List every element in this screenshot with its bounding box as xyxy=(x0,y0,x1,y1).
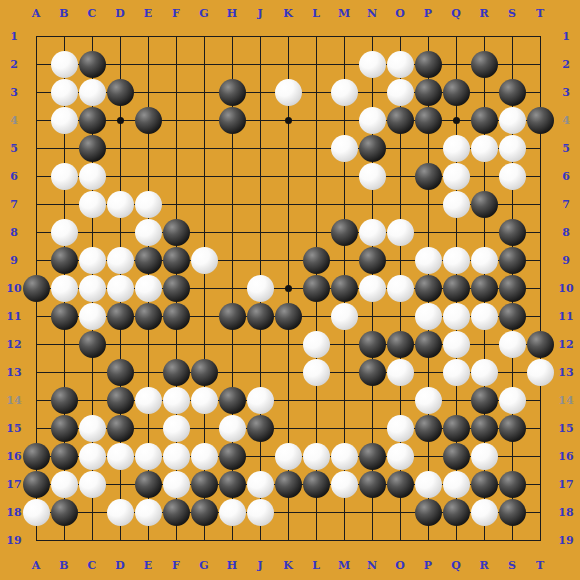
point-E8[interactable] xyxy=(134,218,162,246)
point-C3[interactable] xyxy=(78,78,106,106)
point-E6[interactable] xyxy=(134,162,162,190)
point-A11[interactable] xyxy=(22,302,50,330)
point-J9[interactable] xyxy=(246,246,274,274)
point-K4[interactable] xyxy=(274,106,302,134)
point-B14[interactable] xyxy=(50,386,78,414)
point-J8[interactable] xyxy=(246,218,274,246)
point-J15[interactable] xyxy=(246,414,274,442)
point-L14[interactable] xyxy=(302,386,330,414)
point-C16[interactable] xyxy=(78,442,106,470)
point-Q14[interactable] xyxy=(442,386,470,414)
point-R7[interactable] xyxy=(470,190,498,218)
point-H11[interactable] xyxy=(218,302,246,330)
point-M10[interactable] xyxy=(330,274,358,302)
point-D16[interactable] xyxy=(106,442,134,470)
point-D7[interactable] xyxy=(106,190,134,218)
point-A17[interactable] xyxy=(22,470,50,498)
point-A7[interactable] xyxy=(22,190,50,218)
point-K15[interactable] xyxy=(274,414,302,442)
point-K9[interactable] xyxy=(274,246,302,274)
point-T2[interactable] xyxy=(526,50,554,78)
point-B5[interactable] xyxy=(50,134,78,162)
point-G6[interactable] xyxy=(190,162,218,190)
point-H16[interactable] xyxy=(218,442,246,470)
point-N4[interactable] xyxy=(358,106,386,134)
point-R19[interactable] xyxy=(470,526,498,554)
point-E2[interactable] xyxy=(134,50,162,78)
point-B4[interactable] xyxy=(50,106,78,134)
point-J16[interactable] xyxy=(246,442,274,470)
point-P14[interactable] xyxy=(414,386,442,414)
point-N3[interactable] xyxy=(358,78,386,106)
point-A9[interactable] xyxy=(22,246,50,274)
point-T17[interactable] xyxy=(526,470,554,498)
point-P8[interactable] xyxy=(414,218,442,246)
point-M9[interactable] xyxy=(330,246,358,274)
point-F5[interactable] xyxy=(162,134,190,162)
point-F3[interactable] xyxy=(162,78,190,106)
point-S12[interactable] xyxy=(498,330,526,358)
point-R9[interactable] xyxy=(470,246,498,274)
point-E15[interactable] xyxy=(134,414,162,442)
point-N19[interactable] xyxy=(358,526,386,554)
point-T15[interactable] xyxy=(526,414,554,442)
point-O6[interactable] xyxy=(386,162,414,190)
point-G7[interactable] xyxy=(190,190,218,218)
point-C10[interactable] xyxy=(78,274,106,302)
point-G10[interactable] xyxy=(190,274,218,302)
point-A10[interactable] xyxy=(22,274,50,302)
point-D18[interactable] xyxy=(106,498,134,526)
point-L3[interactable] xyxy=(302,78,330,106)
point-Q16[interactable] xyxy=(442,442,470,470)
point-M3[interactable] xyxy=(330,78,358,106)
point-R2[interactable] xyxy=(470,50,498,78)
point-C18[interactable] xyxy=(78,498,106,526)
point-A8[interactable] xyxy=(22,218,50,246)
point-J18[interactable] xyxy=(246,498,274,526)
point-H4[interactable] xyxy=(218,106,246,134)
point-M2[interactable] xyxy=(330,50,358,78)
point-K19[interactable] xyxy=(274,526,302,554)
point-M4[interactable] xyxy=(330,106,358,134)
point-K1[interactable] xyxy=(274,22,302,50)
point-L5[interactable] xyxy=(302,134,330,162)
point-M16[interactable] xyxy=(330,442,358,470)
point-L16[interactable] xyxy=(302,442,330,470)
point-K12[interactable] xyxy=(274,330,302,358)
point-E9[interactable] xyxy=(134,246,162,274)
point-G5[interactable] xyxy=(190,134,218,162)
point-O13[interactable] xyxy=(386,358,414,386)
point-D5[interactable] xyxy=(106,134,134,162)
point-E7[interactable] xyxy=(134,190,162,218)
point-P16[interactable] xyxy=(414,442,442,470)
point-E18[interactable] xyxy=(134,498,162,526)
point-R6[interactable] xyxy=(470,162,498,190)
point-G11[interactable] xyxy=(190,302,218,330)
point-A1[interactable] xyxy=(22,22,50,50)
point-P9[interactable] xyxy=(414,246,442,274)
point-D8[interactable] xyxy=(106,218,134,246)
point-N17[interactable] xyxy=(358,470,386,498)
point-M8[interactable] xyxy=(330,218,358,246)
point-D10[interactable] xyxy=(106,274,134,302)
point-K3[interactable] xyxy=(274,78,302,106)
point-O2[interactable] xyxy=(386,50,414,78)
point-S19[interactable] xyxy=(498,526,526,554)
point-G14[interactable] xyxy=(190,386,218,414)
point-K13[interactable] xyxy=(274,358,302,386)
point-Q19[interactable] xyxy=(442,526,470,554)
point-M12[interactable] xyxy=(330,330,358,358)
point-L8[interactable] xyxy=(302,218,330,246)
point-O12[interactable] xyxy=(386,330,414,358)
point-D3[interactable] xyxy=(106,78,134,106)
point-G19[interactable] xyxy=(190,526,218,554)
point-K2[interactable] xyxy=(274,50,302,78)
point-C4[interactable] xyxy=(78,106,106,134)
point-J11[interactable] xyxy=(246,302,274,330)
point-M19[interactable] xyxy=(330,526,358,554)
point-C17[interactable] xyxy=(78,470,106,498)
point-A3[interactable] xyxy=(22,78,50,106)
point-Q10[interactable] xyxy=(442,274,470,302)
point-L2[interactable] xyxy=(302,50,330,78)
point-F19[interactable] xyxy=(162,526,190,554)
point-G1[interactable] xyxy=(190,22,218,50)
point-T6[interactable] xyxy=(526,162,554,190)
point-F4[interactable] xyxy=(162,106,190,134)
point-T5[interactable] xyxy=(526,134,554,162)
point-T4[interactable] xyxy=(526,106,554,134)
point-A5[interactable] xyxy=(22,134,50,162)
point-P18[interactable] xyxy=(414,498,442,526)
point-J4[interactable] xyxy=(246,106,274,134)
point-A4[interactable] xyxy=(22,106,50,134)
point-O10[interactable] xyxy=(386,274,414,302)
point-R4[interactable] xyxy=(470,106,498,134)
point-M14[interactable] xyxy=(330,386,358,414)
point-G16[interactable] xyxy=(190,442,218,470)
point-R11[interactable] xyxy=(470,302,498,330)
point-C15[interactable] xyxy=(78,414,106,442)
point-C14[interactable] xyxy=(78,386,106,414)
point-B13[interactable] xyxy=(50,358,78,386)
point-M7[interactable] xyxy=(330,190,358,218)
point-E1[interactable] xyxy=(134,22,162,50)
point-N10[interactable] xyxy=(358,274,386,302)
point-Q2[interactable] xyxy=(442,50,470,78)
point-E11[interactable] xyxy=(134,302,162,330)
point-O19[interactable] xyxy=(386,526,414,554)
point-J12[interactable] xyxy=(246,330,274,358)
point-K11[interactable] xyxy=(274,302,302,330)
point-B3[interactable] xyxy=(50,78,78,106)
point-Q13[interactable] xyxy=(442,358,470,386)
point-A13[interactable] xyxy=(22,358,50,386)
point-M15[interactable] xyxy=(330,414,358,442)
point-Q5[interactable] xyxy=(442,134,470,162)
point-C5[interactable] xyxy=(78,134,106,162)
point-K8[interactable] xyxy=(274,218,302,246)
point-O17[interactable] xyxy=(386,470,414,498)
point-N6[interactable] xyxy=(358,162,386,190)
point-N12[interactable] xyxy=(358,330,386,358)
point-C13[interactable] xyxy=(78,358,106,386)
point-L4[interactable] xyxy=(302,106,330,134)
point-O16[interactable] xyxy=(386,442,414,470)
point-K7[interactable] xyxy=(274,190,302,218)
point-Q17[interactable] xyxy=(442,470,470,498)
point-B1[interactable] xyxy=(50,22,78,50)
point-G17[interactable] xyxy=(190,470,218,498)
point-P2[interactable] xyxy=(414,50,442,78)
point-H3[interactable] xyxy=(218,78,246,106)
point-K18[interactable] xyxy=(274,498,302,526)
point-M18[interactable] xyxy=(330,498,358,526)
point-A2[interactable] xyxy=(22,50,50,78)
point-L17[interactable] xyxy=(302,470,330,498)
point-L1[interactable] xyxy=(302,22,330,50)
point-J10[interactable] xyxy=(246,274,274,302)
point-T14[interactable] xyxy=(526,386,554,414)
point-B10[interactable] xyxy=(50,274,78,302)
point-O14[interactable] xyxy=(386,386,414,414)
point-T3[interactable] xyxy=(526,78,554,106)
point-L15[interactable] xyxy=(302,414,330,442)
point-G12[interactable] xyxy=(190,330,218,358)
point-S9[interactable] xyxy=(498,246,526,274)
point-K14[interactable] xyxy=(274,386,302,414)
point-N18[interactable] xyxy=(358,498,386,526)
point-F13[interactable] xyxy=(162,358,190,386)
point-N11[interactable] xyxy=(358,302,386,330)
point-P13[interactable] xyxy=(414,358,442,386)
point-J14[interactable] xyxy=(246,386,274,414)
point-N2[interactable] xyxy=(358,50,386,78)
point-R17[interactable] xyxy=(470,470,498,498)
point-J6[interactable] xyxy=(246,162,274,190)
point-G3[interactable] xyxy=(190,78,218,106)
point-Q1[interactable] xyxy=(442,22,470,50)
point-B12[interactable] xyxy=(50,330,78,358)
point-M11[interactable] xyxy=(330,302,358,330)
point-J5[interactable] xyxy=(246,134,274,162)
point-D9[interactable] xyxy=(106,246,134,274)
point-B16[interactable] xyxy=(50,442,78,470)
point-Q3[interactable] xyxy=(442,78,470,106)
point-S6[interactable] xyxy=(498,162,526,190)
point-B18[interactable] xyxy=(50,498,78,526)
point-T8[interactable] xyxy=(526,218,554,246)
point-N9[interactable] xyxy=(358,246,386,274)
point-H17[interactable] xyxy=(218,470,246,498)
point-H19[interactable] xyxy=(218,526,246,554)
point-K10[interactable] xyxy=(274,274,302,302)
point-T19[interactable] xyxy=(526,526,554,554)
point-S10[interactable] xyxy=(498,274,526,302)
point-E19[interactable] xyxy=(134,526,162,554)
point-P15[interactable] xyxy=(414,414,442,442)
point-C6[interactable] xyxy=(78,162,106,190)
point-N13[interactable] xyxy=(358,358,386,386)
point-E10[interactable] xyxy=(134,274,162,302)
point-L13[interactable] xyxy=(302,358,330,386)
point-J3[interactable] xyxy=(246,78,274,106)
point-D1[interactable] xyxy=(106,22,134,50)
point-C8[interactable] xyxy=(78,218,106,246)
point-P3[interactable] xyxy=(414,78,442,106)
point-T12[interactable] xyxy=(526,330,554,358)
point-N16[interactable] xyxy=(358,442,386,470)
point-P17[interactable] xyxy=(414,470,442,498)
point-T10[interactable] xyxy=(526,274,554,302)
point-F6[interactable] xyxy=(162,162,190,190)
point-R10[interactable] xyxy=(470,274,498,302)
point-G2[interactable] xyxy=(190,50,218,78)
point-Q9[interactable] xyxy=(442,246,470,274)
point-C2[interactable] xyxy=(78,50,106,78)
point-L6[interactable] xyxy=(302,162,330,190)
point-A14[interactable] xyxy=(22,386,50,414)
point-O7[interactable] xyxy=(386,190,414,218)
point-H8[interactable] xyxy=(218,218,246,246)
point-A19[interactable] xyxy=(22,526,50,554)
point-F16[interactable] xyxy=(162,442,190,470)
point-H6[interactable] xyxy=(218,162,246,190)
point-L9[interactable] xyxy=(302,246,330,274)
point-F10[interactable] xyxy=(162,274,190,302)
point-L19[interactable] xyxy=(302,526,330,554)
point-Q18[interactable] xyxy=(442,498,470,526)
point-S11[interactable] xyxy=(498,302,526,330)
point-E5[interactable] xyxy=(134,134,162,162)
point-J17[interactable] xyxy=(246,470,274,498)
point-S8[interactable] xyxy=(498,218,526,246)
point-R18[interactable] xyxy=(470,498,498,526)
point-T13[interactable] xyxy=(526,358,554,386)
point-B15[interactable] xyxy=(50,414,78,442)
point-P6[interactable] xyxy=(414,162,442,190)
point-D6[interactable] xyxy=(106,162,134,190)
point-H14[interactable] xyxy=(218,386,246,414)
point-R13[interactable] xyxy=(470,358,498,386)
point-S5[interactable] xyxy=(498,134,526,162)
point-E16[interactable] xyxy=(134,442,162,470)
point-J13[interactable] xyxy=(246,358,274,386)
point-J1[interactable] xyxy=(246,22,274,50)
point-R3[interactable] xyxy=(470,78,498,106)
point-T1[interactable] xyxy=(526,22,554,50)
point-S1[interactable] xyxy=(498,22,526,50)
point-F15[interactable] xyxy=(162,414,190,442)
point-D11[interactable] xyxy=(106,302,134,330)
point-D12[interactable] xyxy=(106,330,134,358)
point-F8[interactable] xyxy=(162,218,190,246)
point-R12[interactable] xyxy=(470,330,498,358)
point-O1[interactable] xyxy=(386,22,414,50)
point-E13[interactable] xyxy=(134,358,162,386)
point-B17[interactable] xyxy=(50,470,78,498)
point-R16[interactable] xyxy=(470,442,498,470)
point-M1[interactable] xyxy=(330,22,358,50)
point-S14[interactable] xyxy=(498,386,526,414)
point-T9[interactable] xyxy=(526,246,554,274)
point-S15[interactable] xyxy=(498,414,526,442)
point-G9[interactable] xyxy=(190,246,218,274)
point-H18[interactable] xyxy=(218,498,246,526)
point-P19[interactable] xyxy=(414,526,442,554)
point-K16[interactable] xyxy=(274,442,302,470)
point-F17[interactable] xyxy=(162,470,190,498)
point-H1[interactable] xyxy=(218,22,246,50)
point-O11[interactable] xyxy=(386,302,414,330)
point-B9[interactable] xyxy=(50,246,78,274)
point-D4[interactable] xyxy=(106,106,134,134)
point-J19[interactable] xyxy=(246,526,274,554)
point-E17[interactable] xyxy=(134,470,162,498)
point-M6[interactable] xyxy=(330,162,358,190)
point-B6[interactable] xyxy=(50,162,78,190)
point-S2[interactable] xyxy=(498,50,526,78)
point-F2[interactable] xyxy=(162,50,190,78)
point-S4[interactable] xyxy=(498,106,526,134)
point-T11[interactable] xyxy=(526,302,554,330)
point-L12[interactable] xyxy=(302,330,330,358)
point-O8[interactable] xyxy=(386,218,414,246)
point-A6[interactable] xyxy=(22,162,50,190)
point-M17[interactable] xyxy=(330,470,358,498)
point-P5[interactable] xyxy=(414,134,442,162)
point-N5[interactable] xyxy=(358,134,386,162)
point-P1[interactable] xyxy=(414,22,442,50)
point-O5[interactable] xyxy=(386,134,414,162)
point-P4[interactable] xyxy=(414,106,442,134)
point-E4[interactable] xyxy=(134,106,162,134)
point-Q11[interactable] xyxy=(442,302,470,330)
point-P7[interactable] xyxy=(414,190,442,218)
point-B2[interactable] xyxy=(50,50,78,78)
point-C12[interactable] xyxy=(78,330,106,358)
point-N7[interactable] xyxy=(358,190,386,218)
point-J2[interactable] xyxy=(246,50,274,78)
point-O18[interactable] xyxy=(386,498,414,526)
point-S7[interactable] xyxy=(498,190,526,218)
point-R1[interactable] xyxy=(470,22,498,50)
point-L18[interactable] xyxy=(302,498,330,526)
point-F12[interactable] xyxy=(162,330,190,358)
point-L7[interactable] xyxy=(302,190,330,218)
point-C11[interactable] xyxy=(78,302,106,330)
point-D13[interactable] xyxy=(106,358,134,386)
point-P11[interactable] xyxy=(414,302,442,330)
point-C19[interactable] xyxy=(78,526,106,554)
point-F11[interactable] xyxy=(162,302,190,330)
point-H15[interactable] xyxy=(218,414,246,442)
point-O15[interactable] xyxy=(386,414,414,442)
point-H10[interactable] xyxy=(218,274,246,302)
point-B7[interactable] xyxy=(50,190,78,218)
point-H7[interactable] xyxy=(218,190,246,218)
point-O9[interactable] xyxy=(386,246,414,274)
point-R15[interactable] xyxy=(470,414,498,442)
point-D2[interactable] xyxy=(106,50,134,78)
point-E3[interactable] xyxy=(134,78,162,106)
point-T16[interactable] xyxy=(526,442,554,470)
point-F1[interactable] xyxy=(162,22,190,50)
point-G18[interactable] xyxy=(190,498,218,526)
